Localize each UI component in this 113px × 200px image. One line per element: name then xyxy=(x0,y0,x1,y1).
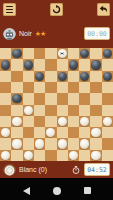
android-home-icon[interactable] xyxy=(53,187,61,195)
square-r4c3[interactable] xyxy=(34,93,45,104)
white-king[interactable] xyxy=(58,49,67,58)
square-r7c4[interactable] xyxy=(45,127,56,138)
square-r2c4 xyxy=(45,71,56,82)
square-r7c3 xyxy=(34,127,45,138)
square-r5c4[interactable] xyxy=(45,105,56,116)
timer-white: 04:52 xyxy=(84,163,110,176)
square-r8c1[interactable] xyxy=(11,138,22,149)
square-r8c3[interactable] xyxy=(34,138,45,149)
square-r5c9 xyxy=(102,105,113,116)
square-r7c9 xyxy=(102,127,113,138)
black-man[interactable] xyxy=(91,60,100,69)
square-r4c0 xyxy=(0,93,11,104)
white-man[interactable] xyxy=(35,139,44,148)
square-r3c5 xyxy=(57,82,68,93)
square-r3c7 xyxy=(79,82,90,93)
white-man[interactable] xyxy=(91,151,100,160)
player-name-white: Blanc (0) xyxy=(19,166,47,173)
square-r3c4[interactable] xyxy=(45,82,56,93)
square-r9c2[interactable] xyxy=(23,150,34,161)
square-r2c2 xyxy=(23,71,34,82)
square-r6c8 xyxy=(90,116,101,127)
square-r9c1 xyxy=(11,150,22,161)
square-r1c8[interactable] xyxy=(90,59,101,70)
stopwatch-icon xyxy=(72,166,80,174)
top-app-bar xyxy=(0,0,113,19)
square-r6c2 xyxy=(23,116,34,127)
square-r2c8 xyxy=(90,71,101,82)
refresh-icon xyxy=(52,5,61,14)
square-r4c5[interactable] xyxy=(57,93,68,104)
white-man[interactable] xyxy=(80,117,89,126)
square-r0c1[interactable] xyxy=(11,48,22,59)
square-r7c5 xyxy=(57,127,68,138)
square-r9c0[interactable] xyxy=(0,150,11,161)
white-man[interactable] xyxy=(1,151,10,160)
white-man[interactable] xyxy=(24,151,33,160)
black-man[interactable] xyxy=(35,72,44,81)
square-r6c0 xyxy=(0,116,11,127)
square-r4c8 xyxy=(90,93,101,104)
difficulty-stars: ★★ xyxy=(35,30,46,37)
white-man[interactable] xyxy=(12,139,21,148)
android-recents-icon[interactable] xyxy=(84,187,91,194)
white-man[interactable] xyxy=(91,128,100,137)
square-r8c5[interactable] xyxy=(57,138,68,149)
white-man[interactable] xyxy=(24,106,33,115)
square-r2c5[interactable] xyxy=(57,71,68,82)
square-r1c6[interactable] xyxy=(68,59,79,70)
square-r3c6[interactable] xyxy=(68,82,79,93)
square-r6c6 xyxy=(68,116,79,127)
square-r7c0[interactable] xyxy=(0,127,11,138)
square-r9c3 xyxy=(34,150,45,161)
square-r1c5 xyxy=(57,59,68,70)
player-row-white: Blanc (0) 04:52 xyxy=(0,161,113,178)
square-r4c4 xyxy=(45,93,56,104)
square-r3c2[interactable] xyxy=(23,82,34,93)
robot-avatar xyxy=(3,27,16,40)
square-r0c0 xyxy=(0,48,11,59)
square-r4c2 xyxy=(23,93,34,104)
undo-arrow-icon xyxy=(99,5,108,14)
black-man[interactable] xyxy=(103,72,112,81)
square-r3c9 xyxy=(102,82,113,93)
king-center-dot xyxy=(60,52,64,56)
square-r8c0 xyxy=(0,138,11,149)
android-back-icon[interactable] xyxy=(23,187,30,195)
square-r2c0 xyxy=(0,71,11,82)
square-r0c9[interactable] xyxy=(102,48,113,59)
square-r9c5 xyxy=(57,150,68,161)
square-r9c6[interactable] xyxy=(68,150,79,161)
square-r1c2[interactable] xyxy=(23,59,34,70)
square-r5c2[interactable] xyxy=(23,105,34,116)
square-r5c7 xyxy=(79,105,90,116)
square-r1c7 xyxy=(79,59,90,70)
square-r1c3 xyxy=(34,59,45,70)
square-r9c7 xyxy=(79,150,90,161)
white-man[interactable] xyxy=(103,117,112,126)
square-r0c6 xyxy=(68,48,79,59)
player-row-black: Noir ★★ 00:00 xyxy=(0,19,113,48)
black-man[interactable] xyxy=(24,60,33,69)
square-r1c9 xyxy=(102,59,113,70)
white-man[interactable] xyxy=(58,139,67,148)
square-r7c1 xyxy=(11,127,22,138)
square-r7c8[interactable] xyxy=(90,127,101,138)
black-man[interactable] xyxy=(80,72,89,81)
square-r6c4 xyxy=(45,116,56,127)
white-man[interactable] xyxy=(46,128,55,137)
square-r5c0[interactable] xyxy=(0,105,11,116)
white-man[interactable] xyxy=(12,117,21,126)
square-r7c7 xyxy=(79,127,90,138)
square-r3c0[interactable] xyxy=(0,82,11,93)
white-piece-avatar xyxy=(3,163,16,176)
white-man[interactable] xyxy=(69,151,78,160)
board xyxy=(0,48,113,161)
square-r8c6 xyxy=(68,138,79,149)
square-r1c4[interactable] xyxy=(45,59,56,70)
square-r1c0[interactable] xyxy=(0,59,11,70)
square-r5c3 xyxy=(34,105,45,116)
black-man[interactable] xyxy=(12,49,21,58)
square-r0c3[interactable] xyxy=(34,48,45,59)
square-r2c1[interactable] xyxy=(11,71,22,82)
square-r0c4 xyxy=(45,48,56,59)
square-r9c9 xyxy=(102,150,113,161)
black-man[interactable] xyxy=(103,49,112,58)
square-r0c7[interactable] xyxy=(79,48,90,59)
square-r2c9[interactable] xyxy=(102,71,113,82)
square-r8c7[interactable] xyxy=(79,138,90,149)
black-man[interactable] xyxy=(58,72,67,81)
player-name-black: Noir xyxy=(19,30,32,37)
square-r8c9[interactable] xyxy=(102,138,113,149)
black-man[interactable] xyxy=(12,94,21,103)
square-r6c1[interactable] xyxy=(11,116,22,127)
square-r8c2 xyxy=(23,138,34,149)
square-r0c8 xyxy=(90,48,101,59)
black-man[interactable] xyxy=(80,49,89,58)
white-man[interactable] xyxy=(1,128,10,137)
square-r1c1 xyxy=(11,59,22,70)
square-r4c6 xyxy=(68,93,79,104)
square-r8c4 xyxy=(45,138,56,149)
square-r6c3[interactable] xyxy=(34,116,45,127)
square-r2c3[interactable] xyxy=(34,71,45,82)
square-r7c6[interactable] xyxy=(68,127,79,138)
square-r3c8[interactable] xyxy=(90,82,101,93)
square-r5c1 xyxy=(11,105,22,116)
square-r6c9[interactable] xyxy=(102,116,113,127)
black-man[interactable] xyxy=(69,60,78,69)
restart-button[interactable] xyxy=(50,3,63,16)
timer-black: 00:00 xyxy=(84,27,110,40)
square-r4c7[interactable] xyxy=(79,93,90,104)
square-r4c1[interactable] xyxy=(11,93,22,104)
square-r3c1 xyxy=(11,82,22,93)
white-man[interactable] xyxy=(80,139,89,148)
hamburger-icon xyxy=(6,6,13,14)
square-r5c8[interactable] xyxy=(90,105,101,116)
square-r3c3 xyxy=(34,82,45,93)
square-r0c5[interactable] xyxy=(57,48,68,59)
square-r5c5 xyxy=(57,105,68,116)
android-nav-bar xyxy=(0,178,113,200)
white-man[interactable] xyxy=(58,117,67,126)
square-r9c8[interactable] xyxy=(90,150,101,161)
square-r5c6[interactable] xyxy=(68,105,79,116)
square-r9c4[interactable] xyxy=(45,150,56,161)
menu-button[interactable] xyxy=(3,3,16,16)
square-r4c9[interactable] xyxy=(102,93,113,104)
square-r2c7[interactable] xyxy=(79,71,90,82)
square-r6c5[interactable] xyxy=(57,116,68,127)
undo-button[interactable] xyxy=(97,3,110,16)
square-r7c2[interactable] xyxy=(23,127,34,138)
square-r8c8 xyxy=(90,138,101,149)
square-r2c6 xyxy=(68,71,79,82)
square-r6c7[interactable] xyxy=(79,116,90,127)
black-man[interactable] xyxy=(1,60,10,69)
square-r0c2 xyxy=(23,48,34,59)
